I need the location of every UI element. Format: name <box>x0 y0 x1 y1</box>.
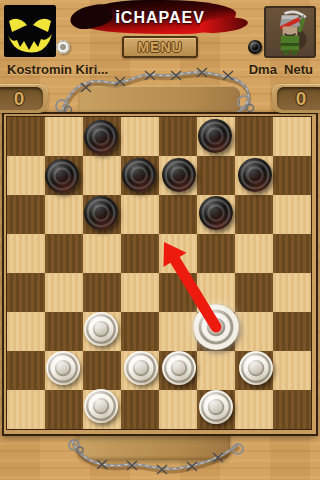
white-checker[interactable] <box>46 351 80 385</box>
black-checker <box>199 196 233 230</box>
black-checker <box>162 158 196 192</box>
white-checker[interactable] <box>124 351 158 385</box>
white-checker[interactable] <box>162 351 196 385</box>
piece-layer <box>0 0 320 480</box>
chapaev-game-screen: iCHAPAEV MENU Kostromin Kiri... Dma Netu… <box>0 0 320 480</box>
white-checker[interactable] <box>199 390 233 424</box>
black-checker <box>84 120 118 154</box>
white-checker[interactable] <box>84 389 118 423</box>
white-checker[interactable] <box>84 312 118 346</box>
black-checker <box>45 159 79 193</box>
black-checker <box>198 119 232 153</box>
black-checker <box>238 158 272 192</box>
white-checker[interactable] <box>239 351 273 385</box>
black-checker <box>84 196 118 230</box>
white-checker-selected[interactable] <box>193 304 239 350</box>
black-checker <box>122 158 156 192</box>
